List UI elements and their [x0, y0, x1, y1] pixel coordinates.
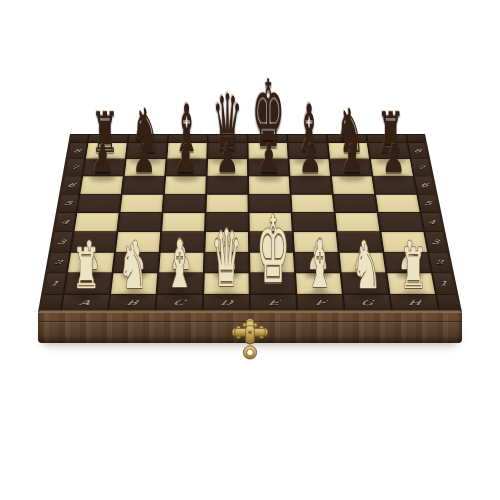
pieces-layer: ♜♞♝♛♚♝♞♜♟♟♟♟♟♟♟♟♟♟♟♟♟♟♟♟♜♞♝♛♚♝♞♜ [0, 0, 500, 500]
piece-black-pawn-a7[interactable]: ♟ [91, 139, 114, 178]
piece-white-knight-g1[interactable]: ♞ [352, 236, 382, 297]
piece-white-queen-d1[interactable]: ♛ [211, 219, 241, 297]
piece-black-pawn-b7[interactable]: ♟ [133, 139, 156, 178]
piece-black-pawn-d7[interactable]: ♟ [216, 139, 239, 178]
piece-white-bishop-f1[interactable]: ♝ [306, 232, 334, 297]
piece-white-knight-b1[interactable]: ♞ [118, 236, 148, 297]
piece-white-rook-h1[interactable]: ♜ [399, 241, 427, 297]
piece-black-pawn-h7[interactable]: ♟ [382, 139, 405, 178]
piece-black-pawn-f7[interactable]: ♟ [299, 139, 322, 178]
piece-black-pawn-g7[interactable]: ♟ [340, 139, 363, 178]
piece-black-pawn-c7[interactable]: ♟ [174, 139, 197, 178]
piece-white-rook-a1[interactable]: ♜ [72, 241, 100, 297]
piece-white-bishop-c1[interactable]: ♝ [166, 232, 194, 297]
chess-set-photo: 8877665544332211ABCDEFGH ♜♞♝♛♚♝♞♜♟♟♟♟♟♟♟… [0, 0, 500, 500]
piece-black-pawn-e7[interactable]: ♟ [257, 139, 280, 178]
brass-clasp-icon[interactable] [229, 317, 271, 363]
piece-white-king-e1[interactable]: ♚ [257, 205, 290, 298]
